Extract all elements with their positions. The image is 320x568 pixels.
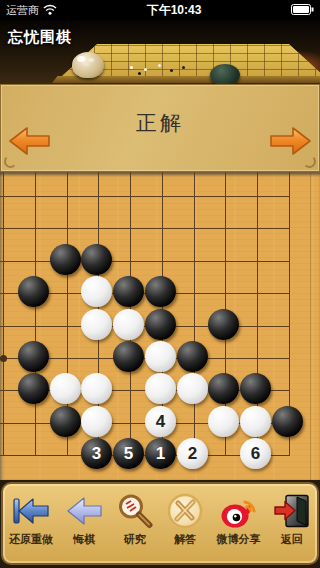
white-stone [145, 373, 176, 404]
toolbar-button-label: 解答 [174, 532, 196, 547]
toolbar-button-research[interactable]: 研究 [110, 484, 161, 563]
black-stone: 5 [113, 438, 144, 469]
toolbar-button-label: 研究 [124, 532, 146, 547]
toolbar-button-weibo-share[interactable]: 微博分享 [211, 484, 267, 563]
answer-panel: 正解 [0, 84, 320, 172]
arrow-left-icon [7, 145, 51, 160]
white-stone: 6 [240, 438, 271, 469]
black-stone [50, 406, 81, 437]
white-stone [81, 406, 112, 437]
black-stone [272, 406, 303, 437]
toolbar-panel: 还原重做悔棋研究解答微博分享返回 [1, 482, 319, 565]
wifi-icon [43, 1, 57, 19]
black-stone: 3 [81, 438, 112, 469]
toolbar: 还原重做悔棋研究解答微博分享返回 [0, 480, 320, 568]
carrier-label: 运营商 [6, 3, 39, 18]
black-stone: 1 [145, 438, 176, 469]
grid-line-horizontal [0, 261, 290, 262]
badge-icon [166, 492, 204, 530]
back-arrow-icon [65, 492, 103, 530]
grid-line-vertical [35, 172, 36, 456]
clock-label: 下午10:43 [57, 2, 291, 19]
arrow-right-icon [269, 145, 313, 160]
weibo-icon [219, 492, 259, 530]
banner-stones [130, 66, 133, 69]
exit-door-icon [273, 492, 311, 530]
white-stone [50, 373, 81, 404]
magnifier-icon [116, 492, 153, 530]
toolbar-button-label: 悔棋 [73, 532, 95, 547]
white-stone [81, 373, 112, 404]
black-stone-bowl [210, 64, 240, 84]
white-stone [81, 276, 112, 307]
black-stone [113, 276, 144, 307]
white-stone: 2 [177, 438, 208, 469]
black-stone [113, 341, 144, 372]
app-title: 忘忧围棋 [8, 28, 72, 47]
go-board[interactable]: 435126 [0, 172, 320, 480]
black-stone [81, 244, 112, 275]
black-stone [145, 276, 176, 307]
grid-line-vertical [194, 172, 195, 456]
white-stone [177, 373, 208, 404]
black-stone [208, 309, 239, 340]
white-stone [208, 406, 239, 437]
toolbar-button-back[interactable]: 返回 [267, 484, 318, 563]
white-stone-bowl [72, 52, 104, 78]
black-stone [145, 309, 176, 340]
status-bar: 运营商 下午10:43 [0, 0, 320, 20]
white-stone [113, 309, 144, 340]
app-banner: 忘忧围棋 [0, 20, 320, 84]
black-stone [50, 244, 81, 275]
grid-line-vertical [3, 172, 4, 456]
black-stone [18, 276, 49, 307]
black-stone [208, 373, 239, 404]
next-solution-button[interactable] [268, 125, 314, 159]
black-stone [18, 341, 49, 372]
board-plank-seam [310, 172, 311, 480]
white-stone [145, 341, 176, 372]
toolbar-button-label: 返回 [281, 532, 303, 547]
screen: 运营商 下午10:43 忘忧围棋 正解 [0, 0, 320, 568]
black-stone [177, 341, 208, 372]
battery-icon [291, 1, 314, 19]
toolbar-button-answer[interactable]: 解答 [160, 484, 211, 563]
grid-line-horizontal [0, 196, 290, 197]
black-stone [18, 373, 49, 404]
toolbar-button-label: 还原重做 [9, 532, 53, 547]
white-stone [81, 309, 112, 340]
toolbar-button-label: 微博分享 [217, 532, 261, 547]
black-stone [240, 373, 271, 404]
rewind-arrow-icon [11, 492, 51, 530]
grid-line-horizontal [0, 228, 290, 229]
white-stone [240, 406, 271, 437]
previous-solution-button[interactable] [6, 125, 52, 159]
white-stone: 4 [145, 406, 176, 437]
toolbar-button-reset-redo[interactable]: 还原重做 [3, 484, 59, 563]
star-point [0, 355, 7, 362]
toolbar-button-undo[interactable]: 悔棋 [59, 484, 110, 563]
